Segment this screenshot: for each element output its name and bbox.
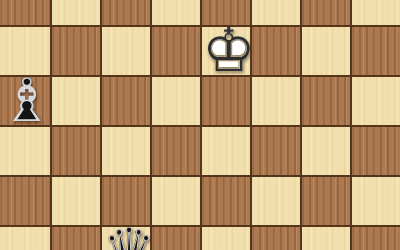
square-d5[interactable] bbox=[150, 75, 200, 125]
square-f4[interactable] bbox=[250, 125, 300, 175]
square-h4[interactable] bbox=[350, 125, 400, 175]
square-g5[interactable] bbox=[300, 75, 350, 125]
square-h7[interactable] bbox=[350, 0, 400, 25]
square-e6[interactable]: ♚♔ bbox=[200, 25, 250, 75]
square-c3[interactable] bbox=[100, 175, 150, 225]
white-king-outline: ♔ bbox=[202, 27, 250, 75]
square-d6[interactable] bbox=[150, 25, 200, 75]
square-d3[interactable] bbox=[150, 175, 200, 225]
square-a2[interactable] bbox=[0, 225, 50, 250]
square-a6[interactable] bbox=[0, 25, 50, 75]
square-b4[interactable] bbox=[50, 125, 100, 175]
square-g7[interactable] bbox=[300, 0, 350, 25]
square-e4[interactable] bbox=[200, 125, 250, 175]
black-bishop-silhouette: ♝ bbox=[0, 77, 50, 125]
square-g6[interactable] bbox=[300, 25, 350, 75]
square-f5[interactable] bbox=[250, 75, 300, 125]
square-b6[interactable] bbox=[50, 25, 100, 75]
square-a5[interactable]: ♝♗ bbox=[0, 75, 50, 125]
black-queen-silhouette: ♛ bbox=[102, 227, 150, 250]
white-king[interactable]: ♚♔ bbox=[202, 27, 250, 75]
black-bishop[interactable]: ♝♗ bbox=[0, 77, 50, 125]
square-e5[interactable] bbox=[200, 75, 250, 125]
black-bishop-outline: ♗ bbox=[0, 77, 50, 125]
chess-app-viewport: ♚♔♝♗♛♕ bbox=[0, 0, 400, 250]
square-g4[interactable] bbox=[300, 125, 350, 175]
square-c5[interactable] bbox=[100, 75, 150, 125]
white-king-silhouette: ♚ bbox=[202, 27, 250, 75]
square-d2[interactable] bbox=[150, 225, 200, 250]
square-b2[interactable] bbox=[50, 225, 100, 250]
square-d4[interactable] bbox=[150, 125, 200, 175]
square-h5[interactable] bbox=[350, 75, 400, 125]
square-c6[interactable] bbox=[100, 25, 150, 75]
square-b7[interactable] bbox=[50, 0, 100, 25]
chess-board: ♚♔♝♗♛♕ bbox=[0, 0, 400, 250]
square-c2[interactable]: ♛♕ bbox=[100, 225, 150, 250]
square-h6[interactable] bbox=[350, 25, 400, 75]
square-b3[interactable] bbox=[50, 175, 100, 225]
black-queen[interactable]: ♛♕ bbox=[102, 227, 150, 250]
square-f3[interactable] bbox=[250, 175, 300, 225]
square-e3[interactable] bbox=[200, 175, 250, 225]
square-g3[interactable] bbox=[300, 175, 350, 225]
square-a3[interactable] bbox=[0, 175, 50, 225]
square-h2[interactable] bbox=[350, 225, 400, 250]
square-a4[interactable] bbox=[0, 125, 50, 175]
square-d7[interactable] bbox=[150, 0, 200, 25]
black-queen-outline: ♕ bbox=[102, 227, 150, 250]
square-b5[interactable] bbox=[50, 75, 100, 125]
square-f7[interactable] bbox=[250, 0, 300, 25]
square-a7[interactable] bbox=[0, 0, 50, 25]
square-f2[interactable] bbox=[250, 225, 300, 250]
square-e7[interactable] bbox=[200, 0, 250, 25]
square-c7[interactable] bbox=[100, 0, 150, 25]
square-h3[interactable] bbox=[350, 175, 400, 225]
square-g2[interactable] bbox=[300, 225, 350, 250]
square-f6[interactable] bbox=[250, 25, 300, 75]
square-e2[interactable] bbox=[200, 225, 250, 250]
square-c4[interactable] bbox=[100, 125, 150, 175]
